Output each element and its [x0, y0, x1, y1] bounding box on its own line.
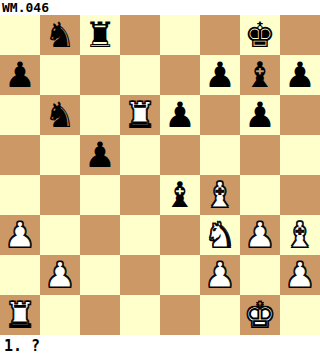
black-pawn: ♟ — [80, 135, 120, 175]
white-bishop: ♝ — [280, 215, 320, 255]
square-g2[interactable] — [240, 255, 280, 295]
square-a6[interactable] — [0, 95, 40, 135]
square-e6[interactable]: ♟ — [160, 95, 200, 135]
square-f8[interactable] — [200, 15, 240, 55]
square-c7[interactable] — [80, 55, 120, 95]
square-h1[interactable] — [280, 295, 320, 335]
square-h3[interactable]: ♝ — [280, 215, 320, 255]
square-f4[interactable]: ♝ — [200, 175, 240, 215]
square-h5[interactable] — [280, 135, 320, 175]
square-c8[interactable]: ♜ — [80, 15, 120, 55]
square-a8[interactable] — [0, 15, 40, 55]
square-e8[interactable] — [160, 15, 200, 55]
square-h4[interactable] — [280, 175, 320, 215]
black-king: ♚ — [240, 15, 280, 55]
square-e5[interactable] — [160, 135, 200, 175]
black-pawn: ♟ — [0, 55, 40, 95]
square-b1[interactable] — [40, 295, 80, 335]
square-g8[interactable]: ♚ — [240, 15, 280, 55]
square-a3[interactable]: ♟ — [0, 215, 40, 255]
square-b7[interactable] — [40, 55, 80, 95]
black-knight: ♞ — [40, 95, 80, 135]
black-pawn: ♟ — [280, 55, 320, 95]
black-rook: ♜ — [80, 15, 120, 55]
square-a5[interactable] — [0, 135, 40, 175]
square-e7[interactable] — [160, 55, 200, 95]
white-pawn: ♟ — [200, 255, 240, 295]
square-b2[interactable]: ♟ — [40, 255, 80, 295]
square-g7[interactable]: ♝ — [240, 55, 280, 95]
square-c1[interactable] — [80, 295, 120, 335]
square-c5[interactable]: ♟ — [80, 135, 120, 175]
square-f7[interactable]: ♟ — [200, 55, 240, 95]
square-f1[interactable] — [200, 295, 240, 335]
square-d4[interactable] — [120, 175, 160, 215]
square-b5[interactable] — [40, 135, 80, 175]
square-d6[interactable]: ♜ — [120, 95, 160, 135]
square-h6[interactable] — [280, 95, 320, 135]
move-prompt: 1. ? — [0, 335, 320, 360]
square-c2[interactable] — [80, 255, 120, 295]
square-e4[interactable]: ♝ — [160, 175, 200, 215]
square-g4[interactable] — [240, 175, 280, 215]
square-a1[interactable]: ♜ — [0, 295, 40, 335]
black-bishop: ♝ — [160, 175, 200, 215]
square-a7[interactable]: ♟ — [0, 55, 40, 95]
black-bishop: ♝ — [240, 55, 280, 95]
square-e1[interactable] — [160, 295, 200, 335]
square-d8[interactable] — [120, 15, 160, 55]
white-pawn: ♟ — [0, 215, 40, 255]
square-b3[interactable] — [40, 215, 80, 255]
square-g5[interactable] — [240, 135, 280, 175]
white-rook: ♜ — [0, 295, 40, 335]
square-d2[interactable] — [120, 255, 160, 295]
square-d1[interactable] — [120, 295, 160, 335]
square-g6[interactable]: ♟ — [240, 95, 280, 135]
square-e3[interactable] — [160, 215, 200, 255]
black-pawn: ♟ — [200, 55, 240, 95]
square-g1[interactable]: ♚ — [240, 295, 280, 335]
square-b6[interactable]: ♞ — [40, 95, 80, 135]
square-a2[interactable] — [0, 255, 40, 295]
square-h2[interactable]: ♟ — [280, 255, 320, 295]
white-king: ♚ — [240, 295, 280, 335]
square-f2[interactable]: ♟ — [200, 255, 240, 295]
square-g3[interactable]: ♟ — [240, 215, 280, 255]
white-bishop: ♝ — [200, 175, 240, 215]
square-c3[interactable] — [80, 215, 120, 255]
square-d7[interactable] — [120, 55, 160, 95]
white-pawn: ♟ — [40, 255, 80, 295]
white-rook: ♜ — [120, 95, 160, 135]
square-d5[interactable] — [120, 135, 160, 175]
square-d3[interactable] — [120, 215, 160, 255]
square-c6[interactable] — [80, 95, 120, 135]
white-pawn: ♟ — [240, 215, 280, 255]
square-c4[interactable] — [80, 175, 120, 215]
square-h7[interactable]: ♟ — [280, 55, 320, 95]
diagram-title: WM.046 — [0, 0, 320, 15]
square-e2[interactable] — [160, 255, 200, 295]
square-f6[interactable] — [200, 95, 240, 135]
square-h8[interactable] — [280, 15, 320, 55]
black-knight: ♞ — [40, 15, 80, 55]
black-pawn: ♟ — [240, 95, 280, 135]
square-f3[interactable]: ♞ — [200, 215, 240, 255]
square-b4[interactable] — [40, 175, 80, 215]
square-b8[interactable]: ♞ — [40, 15, 80, 55]
square-f5[interactable] — [200, 135, 240, 175]
white-pawn: ♟ — [280, 255, 320, 295]
chess-board: ♞♜♚♟♟♝♟♞♜♟♟♟♝♝♟♞♟♝♟♟♟♜♚ — [0, 15, 320, 335]
white-knight: ♞ — [200, 215, 240, 255]
square-a4[interactable] — [0, 175, 40, 215]
black-pawn: ♟ — [160, 95, 200, 135]
